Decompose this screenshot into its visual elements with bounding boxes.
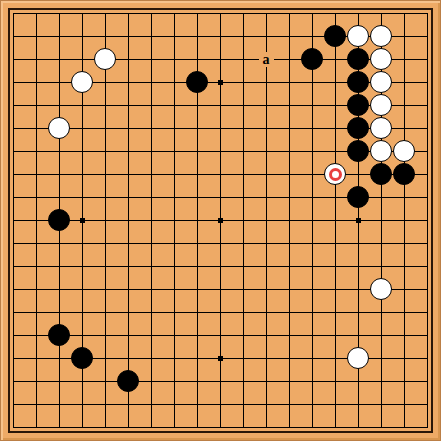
stone-white (94, 48, 116, 70)
stone-black (324, 25, 346, 47)
stone-white (370, 25, 392, 47)
stone-white (370, 278, 392, 300)
stone-white (370, 140, 392, 162)
stone-white (71, 71, 93, 93)
stone-white (347, 25, 369, 47)
stone-white (370, 94, 392, 116)
stone-black (117, 370, 139, 392)
stone-black (347, 94, 369, 116)
stone-black (48, 209, 70, 231)
star-point (218, 218, 223, 223)
stone-black (370, 163, 392, 185)
star-point (356, 218, 361, 223)
stone-white (393, 140, 415, 162)
stone-white-marked (324, 163, 346, 185)
stone-white (48, 117, 70, 139)
stone-white (370, 117, 392, 139)
stone-black (347, 117, 369, 139)
star-point (80, 218, 85, 223)
stone-white (347, 347, 369, 369)
board-label-a: a (259, 52, 274, 67)
go-board: a (0, 0, 441, 441)
star-point (218, 80, 223, 85)
stone-black (347, 140, 369, 162)
stone-black (48, 324, 70, 346)
stone-black (347, 71, 369, 93)
stone-black (186, 71, 208, 93)
stone-black (393, 163, 415, 185)
star-point (218, 356, 223, 361)
circle-mark (329, 168, 342, 181)
stone-black (347, 48, 369, 70)
stone-black (301, 48, 323, 70)
stone-white (370, 71, 392, 93)
stone-black (347, 186, 369, 208)
stone-white (370, 48, 392, 70)
stone-black (71, 347, 93, 369)
